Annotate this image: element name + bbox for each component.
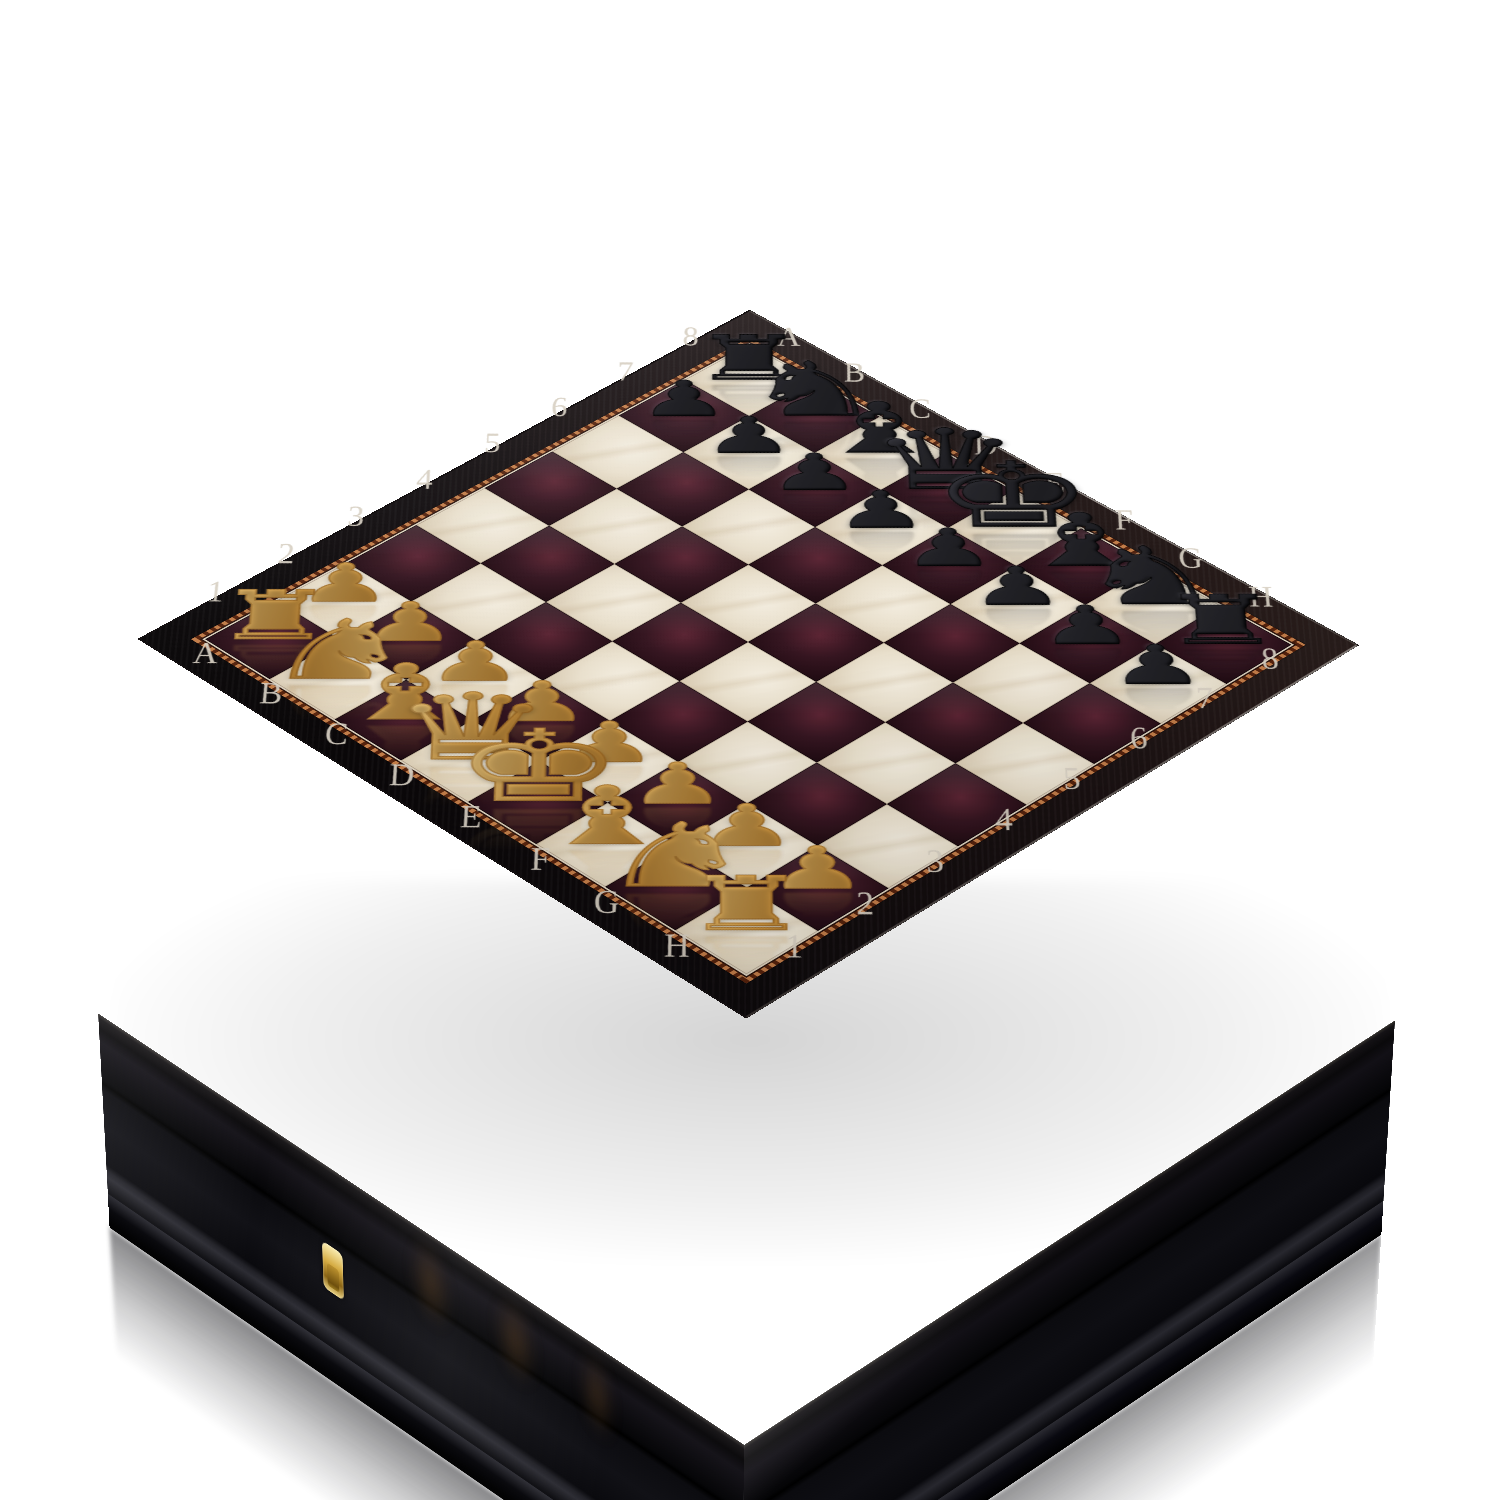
square-h4[interactable] (887, 763, 1027, 846)
piece-reflection-ghost (495, 1285, 536, 1397)
square-g2[interactable] (677, 803, 818, 887)
square-h5[interactable] (955, 723, 1094, 805)
square-h1[interactable] (675, 888, 818, 975)
piece-reflection-ghost (581, 1342, 613, 1448)
square-g5[interactable] (885, 683, 1023, 764)
square-f2[interactable] (608, 762, 748, 845)
product-photo: AABBCCDDEEFFGGHH8877665544332211 ♜♜♞♞♝♝♛… (0, 0, 1500, 1500)
square-h2[interactable] (747, 846, 889, 931)
square-f5[interactable] (816, 643, 953, 723)
scene: AABBCCDDEEFFGGHH8877665544332211 ♜♜♞♞♝♝♛… (0, 0, 1500, 1500)
square-f1[interactable] (536, 803, 677, 887)
square-h3[interactable] (817, 804, 958, 888)
square-e1[interactable] (468, 761, 608, 844)
piece-reflection-ghost (410, 1228, 451, 1339)
board-top: AABBCCDDEEFFGGHH8877665544332211 ♜♜♞♞♝♝♛… (140, 311, 1356, 1017)
square-g3[interactable] (747, 763, 887, 846)
square-h6[interactable] (1023, 683, 1161, 764)
square-g1[interactable] (605, 845, 747, 930)
brass-latch (317, 1237, 349, 1305)
